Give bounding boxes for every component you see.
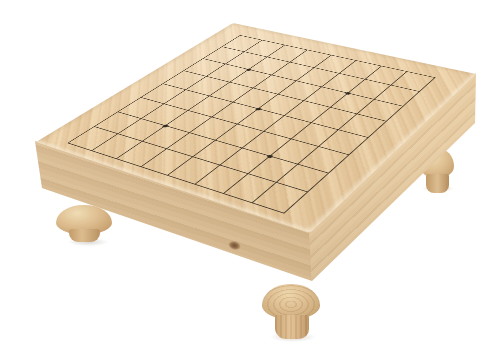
board-leg-front <box>262 284 321 339</box>
go-board-product-photo <box>0 0 500 356</box>
wood-knot <box>227 239 242 251</box>
leg-bulb <box>262 284 320 319</box>
leg-foot <box>275 315 309 339</box>
board-leg-left <box>56 205 114 242</box>
leg-foot <box>69 229 100 242</box>
leg-foot <box>426 174 449 193</box>
